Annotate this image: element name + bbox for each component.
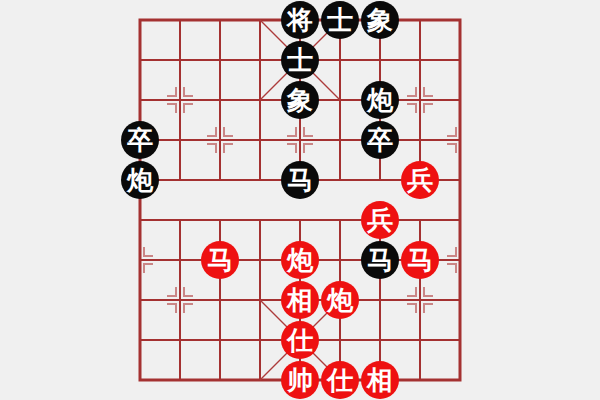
piece-red-cannon[interactable]: 炮 (321, 281, 359, 319)
piece-red-advisor[interactable]: 仕 (321, 361, 359, 399)
piece-red-horse[interactable]: 马 (401, 241, 439, 279)
piece-black-advisor[interactable]: 士 (281, 41, 319, 79)
piece-red-general[interactable]: 帅 (281, 361, 319, 399)
piece-black-horse[interactable]: 马 (281, 161, 319, 199)
xiangqi-screen: 将士象士象炮卒卒炮马兵兵马炮马马相炮仕帅仕相 (0, 0, 600, 400)
piece-red-advisor[interactable]: 仕 (281, 321, 319, 359)
piece-black-elephant[interactable]: 象 (281, 81, 319, 119)
piece-black-soldier[interactable]: 卒 (121, 121, 159, 159)
piece-red-elephant[interactable]: 相 (281, 281, 319, 319)
piece-red-elephant[interactable]: 相 (361, 361, 399, 399)
piece-black-elephant[interactable]: 象 (361, 1, 399, 39)
piece-red-cannon[interactable]: 炮 (281, 241, 319, 279)
piece-black-advisor[interactable]: 士 (321, 1, 359, 39)
piece-black-soldier[interactable]: 卒 (361, 121, 399, 159)
xiangqi-board[interactable]: 将士象士象炮卒卒炮马兵兵马炮马马相炮仕帅仕相 (120, 0, 480, 400)
piece-black-horse[interactable]: 马 (361, 241, 399, 279)
piece-black-cannon[interactable]: 炮 (361, 81, 399, 119)
piece-black-cannon[interactable]: 炮 (121, 161, 159, 199)
piece-red-soldier[interactable]: 兵 (361, 201, 399, 239)
piece-red-soldier[interactable]: 兵 (401, 161, 439, 199)
piece-black-general[interactable]: 将 (281, 1, 319, 39)
pieces-layer: 将士象士象炮卒卒炮马兵兵马炮马马相炮仕帅仕相 (120, 0, 480, 400)
piece-red-horse[interactable]: 马 (201, 241, 239, 279)
